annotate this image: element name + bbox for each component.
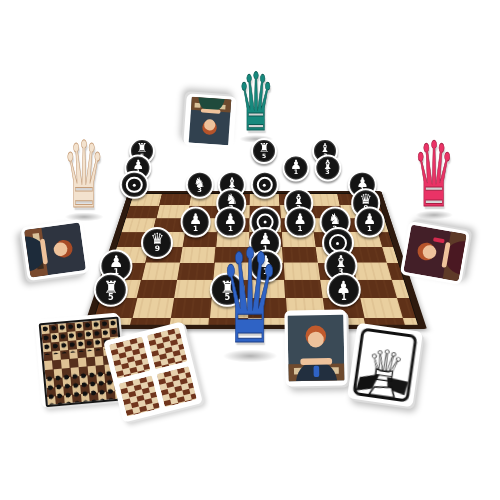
woman-portrait-art — [186, 97, 233, 146]
token-value: 5 — [108, 292, 114, 300]
woman-portrait-art — [24, 222, 86, 277]
top-portrait-deck[interactable] — [183, 93, 237, 148]
game-table: ♜5♜5♝3♟1♟1♝3♞3♝3♟1♞3♝3♛9♟1♟1♟1♞3♟1♛9♟1♟1… — [0, 0, 500, 500]
mini-diagram-4 — [156, 366, 197, 408]
bullseye-icon — [126, 177, 142, 193]
queen-drawing-art: ♕ — [350, 326, 419, 404]
token-pawn-c5[interactable]: ♟1 — [180, 207, 211, 238]
token-pawn-h5[interactable]: ♟1 — [354, 207, 385, 238]
token-queen-b6[interactable]: ♛9 — [141, 227, 173, 259]
token-value: 3 — [325, 170, 329, 176]
token-pawn-f5[interactable]: ♟1 — [285, 207, 316, 238]
blue-queen[interactable]: ♛ — [220, 232, 281, 362]
token-value: 9 — [155, 245, 160, 253]
pink-queen[interactable]: ♛ — [413, 130, 455, 220]
token-value: 5 — [262, 153, 266, 159]
right-portrait-deck[interactable] — [400, 221, 470, 285]
queen-illustration-card[interactable]: ♕ — [347, 323, 423, 407]
svg-text:♕: ♕ — [362, 338, 407, 393]
token-value: 1 — [193, 224, 198, 231]
mini-diagram-3 — [119, 375, 160, 417]
mini-diagram-2 — [146, 327, 187, 369]
token-value: 3 — [197, 187, 202, 194]
token-pawn-f2[interactable]: ♟1 — [282, 154, 309, 181]
bullseye-icon — [257, 177, 273, 193]
woman-portrait-art — [403, 225, 466, 282]
token-bishop-g2[interactable]: ♝3 — [314, 154, 341, 181]
bottom-portrait-deck[interactable] — [284, 309, 347, 386]
mini-diagram-1 — [109, 337, 150, 379]
four-mini-boards-card[interactable] — [103, 321, 203, 422]
token-value: 1 — [297, 224, 302, 231]
white-queen[interactable]: ♛ — [63, 130, 106, 222]
token-value: 1 — [367, 224, 372, 231]
token-value: 1 — [294, 170, 298, 176]
teal-queen[interactable]: ♛ — [237, 63, 274, 143]
woman-portrait-art — [287, 313, 344, 384]
token-value: 1 — [341, 292, 347, 300]
